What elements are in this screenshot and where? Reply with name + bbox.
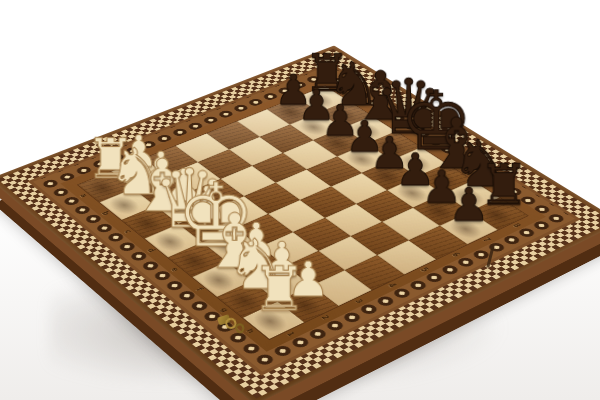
square-f5[interactable] [325, 204, 382, 236]
board-grid: ♜♞♝♛♚♝♞♜♟♟♟♟♟♟♟♟♟♟♟♟♟♟♟♟♜♞♝♛♚♝♞♜ [78, 86, 527, 339]
clasp-hook-icon [234, 322, 246, 334]
piece-black-pawn-h7[interactable]: ♟ [448, 182, 489, 228]
coordinate-frame: ♜♞♝♛♚♝♞♜♟♟♟♟♟♟♟♟♟♟♟♟♟♟♟♟♜♞♝♛♚♝♞♜ abcdefg… [60, 78, 546, 352]
chess-set-photo-scene: ♜♞♝♛♚♝♞♜♟♟♟♟♟♟♟♟♟♟♟♟♟♟♟♟♜♞♝♛♚♝♞♜ abcdefg… [0, 0, 600, 400]
piece-white-rook-h1[interactable]: ♜ [252, 259, 296, 320]
